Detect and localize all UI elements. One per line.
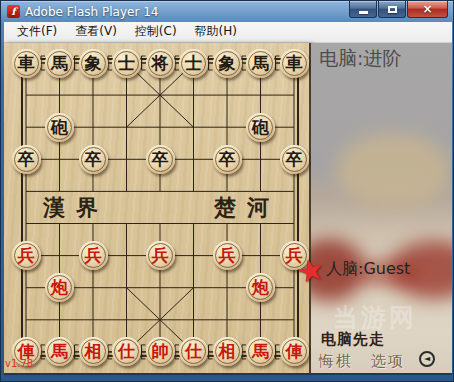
xiangqi-piece-red[interactable]: 俥 — [280, 337, 309, 366]
piece-character: 炮 — [51, 279, 68, 296]
piece-character: 帥 — [152, 343, 169, 360]
window-title: Adobe Flash Player 14 — [25, 5, 158, 19]
piece-character: 馬 — [252, 343, 269, 360]
side-panel: 电脑:进阶 当游网 — [311, 43, 452, 373]
undo-button[interactable]: 悔棋 — [319, 352, 353, 371]
xiangqi-piece-black[interactable]: 士 — [112, 49, 141, 78]
piece-character: 卒 — [18, 151, 35, 168]
xiangqi-piece-black[interactable]: 砲 — [246, 113, 275, 142]
xiangqi-piece-black[interactable]: 卒 — [280, 145, 309, 174]
piece-character: 俥 — [18, 343, 35, 360]
piece-character: 兵 — [152, 247, 169, 264]
piece-character: 士 — [185, 55, 202, 72]
xiangqi-piece-black[interactable]: 将 — [146, 49, 175, 78]
xiangqi-piece-black[interactable]: 象 — [213, 49, 242, 78]
xiangqi-piece-black[interactable]: 卒 — [213, 145, 242, 174]
xiangqi-piece-red[interactable]: 相 — [79, 337, 108, 366]
close-icon: × — [422, 2, 432, 17]
sound-toggle-button[interactable]: ◄ — [419, 351, 435, 367]
piece-character: 兵 — [18, 247, 35, 264]
options-button[interactable]: 选项 — [371, 352, 405, 371]
xiangqi-piece-red[interactable]: 相 — [213, 337, 242, 366]
xiangqi-piece-black[interactable]: 卒 — [79, 145, 108, 174]
menu-control[interactable]: 控制(C) — [126, 21, 186, 43]
menu-file[interactable]: 文件(F) — [8, 21, 66, 43]
piece-character: 士 — [118, 55, 135, 72]
piece-character: 俥 — [286, 343, 303, 360]
xiangqi-piece-black[interactable]: 象 — [79, 49, 108, 78]
piece-character: 車 — [286, 55, 303, 72]
piece-character: 相 — [85, 343, 102, 360]
xiangqi-piece-red[interactable]: 兵 — [12, 241, 41, 270]
menu-help[interactable]: 帮助(H) — [186, 21, 246, 43]
piece-character: 象 — [85, 55, 102, 72]
piece-character: 車 — [18, 55, 35, 72]
menubar: 文件(F) 查看(V) 控制(C) 帮助(H) — [4, 22, 452, 43]
flash-player-window: f Adobe Flash Player 14 × 文件(F) 查看(V) 控制… — [0, 0, 454, 382]
xiangqi-board[interactable]: 漢界 楚河 車馬象士将士象馬車砲砲卒卒卒卒卒兵兵兵兵兵炮炮俥馬相仕帥仕相馬俥 v… — [4, 43, 311, 373]
piece-character: 炮 — [252, 279, 269, 296]
piece-character: 相 — [219, 343, 236, 360]
xiangqi-piece-black[interactable]: 車 — [12, 49, 41, 78]
piece-character: 仕 — [185, 343, 202, 360]
xiangqi-piece-black[interactable]: 馬 — [45, 49, 74, 78]
xiangqi-piece-black[interactable]: 車 — [280, 49, 309, 78]
panel-background-blur — [336, 133, 451, 208]
status-text: 电脑先走 — [321, 330, 385, 349]
xiangqi-piece-black[interactable]: 卒 — [12, 145, 41, 174]
piece-character: 砲 — [252, 119, 269, 136]
piece-character: 兵 — [219, 247, 236, 264]
river-label-hanjie: 漢界 — [43, 193, 109, 223]
minimize-icon — [359, 11, 368, 14]
xiangqi-piece-red[interactable]: 炮 — [246, 273, 275, 302]
piece-character: 卒 — [219, 151, 236, 168]
piece-character: 兵 — [85, 247, 102, 264]
xiangqi-piece-red[interactable]: 兵 — [213, 241, 242, 270]
speaker-icon: ◄ — [424, 355, 430, 363]
maximize-button[interactable] — [378, 1, 406, 18]
xiangqi-piece-black[interactable]: 砲 — [45, 113, 74, 142]
piece-character: 象 — [219, 55, 236, 72]
piece-character: 馬 — [51, 55, 68, 72]
player-name-label: 人脑:Guest — [326, 259, 410, 280]
piece-character: 馬 — [252, 55, 269, 72]
xiangqi-piece-black[interactable]: 馬 — [246, 49, 275, 78]
flash-player-icon: f — [7, 5, 20, 18]
piece-character: 卒 — [85, 151, 102, 168]
close-button[interactable]: × — [407, 1, 448, 18]
flash-stage: 漢界 楚河 車馬象士将士象馬車砲砲卒卒卒卒卒兵兵兵兵兵炮炮俥馬相仕帥仕相馬俥 v… — [4, 43, 452, 373]
piece-character: 卒 — [286, 151, 303, 168]
river-label-chuhe: 楚河 — [214, 193, 280, 223]
xiangqi-piece-black[interactable]: 士 — [179, 49, 208, 78]
menu-view[interactable]: 查看(V) — [66, 21, 126, 43]
piece-character: 将 — [152, 55, 169, 72]
piece-character: 砲 — [51, 119, 68, 136]
piece-character: 仕 — [118, 343, 135, 360]
xiangqi-piece-red[interactable]: 炮 — [45, 273, 74, 302]
piece-character: 卒 — [152, 151, 169, 168]
window-controls: × — [348, 1, 448, 18]
titlebar[interactable]: f Adobe Flash Player 14 × — [1, 1, 453, 22]
xiangqi-piece-red[interactable]: 兵 — [146, 241, 175, 270]
piece-character: 馬 — [51, 343, 68, 360]
xiangqi-piece-red[interactable]: 兵 — [79, 241, 108, 270]
maximize-icon — [388, 6, 397, 13]
window-bottom-edge — [4, 373, 452, 375]
minimize-button[interactable] — [349, 1, 377, 18]
xiangqi-piece-black[interactable]: 卒 — [146, 145, 175, 174]
xiangqi-piece-red[interactable]: 帥 — [146, 337, 175, 366]
computer-level-label: 电脑:进阶 — [319, 46, 401, 72]
